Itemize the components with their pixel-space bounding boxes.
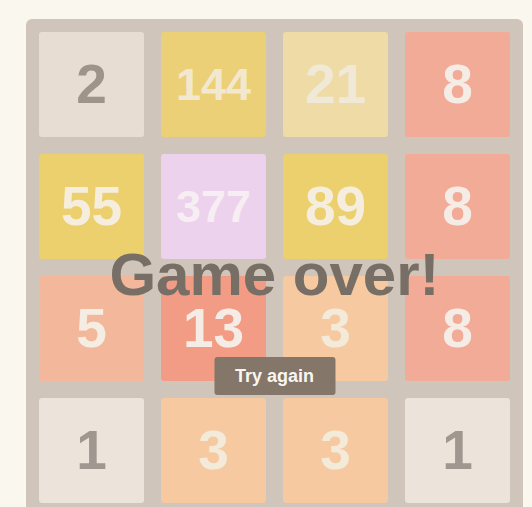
game-board: 214421855377898513381331 Game over! Try …: [26, 19, 523, 507]
game-page: 214421855377898513381331 Game over! Try …: [0, 0, 532, 507]
try-again-button[interactable]: Try again: [214, 357, 335, 395]
game-over-message: Game over!: [26, 245, 523, 305]
game-over-overlay: Game over! Try again: [26, 19, 523, 507]
